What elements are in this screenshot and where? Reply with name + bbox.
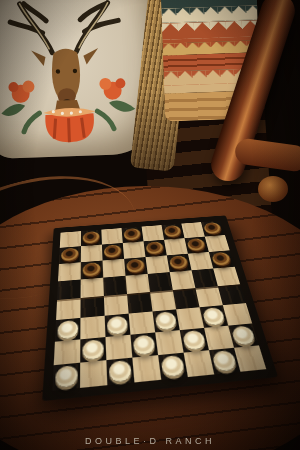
square-d8[interactable] [122, 227, 144, 243]
square-a7[interactable] [59, 246, 81, 264]
checker-light-piece[interactable] [55, 365, 78, 388]
checker-light-piece[interactable] [231, 325, 256, 345]
square-e3[interactable] [152, 309, 179, 332]
brand-caption: DOUBLE·D RANCH [0, 436, 300, 446]
checker-light-piece[interactable] [107, 316, 128, 335]
square-h6[interactable] [209, 250, 235, 268]
square-a8[interactable] [60, 231, 81, 248]
checker-dark-piece[interactable] [145, 241, 164, 255]
square-b1[interactable] [80, 360, 107, 388]
checker-dark-piece[interactable] [83, 262, 102, 278]
checker-light-piece[interactable] [161, 355, 186, 377]
square-h8[interactable] [201, 221, 225, 237]
photo-scene: DOUBLE·D RANCH [0, 0, 300, 450]
log-chair-knob [258, 176, 288, 202]
square-b3[interactable] [80, 316, 105, 340]
square-c2[interactable] [105, 335, 132, 360]
square-c8[interactable] [101, 228, 122, 244]
square-h3[interactable] [223, 303, 252, 326]
square-b6[interactable] [81, 261, 103, 280]
checker-dark-piece[interactable] [169, 255, 189, 270]
square-h5[interactable] [213, 267, 240, 286]
square-d5[interactable] [126, 274, 150, 294]
checker-dark-piece[interactable] [83, 231, 100, 245]
checkers-board[interactable] [52, 221, 266, 391]
checker-dark-piece[interactable] [123, 228, 141, 242]
square-b8[interactable] [81, 230, 102, 247]
checker-light-piece[interactable] [109, 360, 132, 383]
elk-embroidery-icon [0, 0, 140, 147]
checker-light-piece[interactable] [57, 320, 78, 340]
square-e7[interactable] [143, 240, 166, 257]
square-a5[interactable] [57, 279, 81, 300]
square-d7[interactable] [123, 241, 146, 258]
square-c6[interactable] [103, 259, 126, 278]
checker-light-piece[interactable] [202, 307, 226, 326]
checker-light-piece[interactable] [155, 311, 178, 330]
checker-dark-piece[interactable] [104, 244, 122, 259]
square-a3[interactable] [55, 318, 81, 342]
square-d3[interactable] [129, 311, 156, 334]
square-e5[interactable] [148, 272, 173, 292]
square-d1[interactable] [132, 355, 161, 382]
square-a2[interactable] [54, 339, 81, 365]
square-b7[interactable] [81, 245, 103, 263]
checker-light-piece[interactable] [182, 330, 206, 350]
checker-dark-piece[interactable] [163, 225, 182, 238]
square-c7[interactable] [102, 243, 124, 261]
square-h2[interactable] [228, 323, 259, 347]
checker-dark-piece[interactable] [126, 259, 145, 274]
square-b5[interactable] [81, 278, 104, 298]
square-c1[interactable] [106, 358, 134, 386]
checker-dark-piece[interactable] [61, 248, 79, 263]
square-a6[interactable] [58, 262, 81, 281]
square-d6[interactable] [124, 257, 148, 276]
square-e8[interactable] [142, 225, 164, 241]
square-e2[interactable] [155, 330, 183, 355]
checker-dark-piece[interactable] [211, 252, 232, 267]
square-a1[interactable] [52, 363, 80, 391]
square-d2[interactable] [130, 332, 158, 357]
square-c5[interactable] [103, 276, 127, 296]
checker-light-piece[interactable] [82, 339, 104, 360]
square-b2[interactable] [80, 337, 106, 363]
square-c3[interactable] [105, 314, 131, 337]
square-e6[interactable] [146, 255, 170, 274]
checker-dark-piece[interactable] [187, 238, 207, 252]
checker-light-piece[interactable] [212, 350, 238, 372]
checker-light-piece[interactable] [133, 335, 156, 356]
checker-dark-piece[interactable] [203, 222, 223, 235]
square-h7[interactable] [205, 235, 230, 252]
square-h1[interactable] [234, 345, 266, 371]
